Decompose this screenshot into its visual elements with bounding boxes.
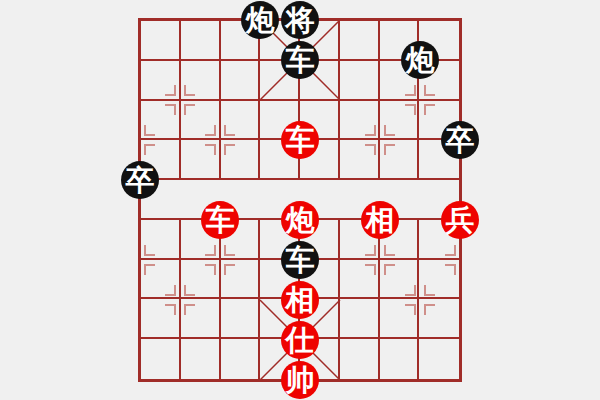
board-cell: [419, 339, 459, 379]
board-cell: [181, 21, 221, 61]
board-cell: [419, 299, 459, 339]
board-cell: [340, 61, 380, 101]
xiangqi-board: 炮将车炮车卒卒车炮相兵车相仕帅: [140, 20, 460, 380]
board-cell: [221, 260, 261, 300]
board-cell: [340, 299, 380, 339]
piece-red-elephant[interactable]: 相: [361, 201, 399, 239]
board-cell: [141, 339, 181, 379]
board-cell: [340, 260, 380, 300]
xiangqi-diagram: 炮将车炮车卒卒车炮相兵车相仕帅: [0, 0, 600, 400]
piece-black-chariot[interactable]: 车: [281, 241, 319, 279]
board-cell: [380, 339, 420, 379]
board-cell: [141, 299, 181, 339]
piece-red-advisor[interactable]: 仕: [281, 321, 319, 359]
board-cell: [340, 101, 380, 141]
board-cell: [181, 61, 221, 101]
piece-red-elephant[interactable]: 相: [281, 281, 319, 319]
piece-red-general[interactable]: 帅: [281, 361, 319, 399]
board-cell: [340, 21, 380, 61]
board-cell: [181, 101, 221, 141]
board-cell: [221, 140, 261, 180]
board-cell: [181, 260, 221, 300]
board-cell: [221, 339, 261, 379]
board-cell: [141, 21, 181, 61]
piece-red-cannon[interactable]: 炮: [281, 201, 319, 239]
piece-red-soldier[interactable]: 兵: [441, 201, 479, 239]
board-cell: [141, 220, 181, 260]
board-cell: [221, 61, 261, 101]
board-cell: [380, 140, 420, 180]
piece-black-general[interactable]: 将: [281, 1, 319, 39]
piece-red-chariot[interactable]: 车: [281, 121, 319, 159]
board-cell: [141, 101, 181, 141]
piece-red-chariot[interactable]: 车: [201, 201, 239, 239]
board-cell: [419, 260, 459, 300]
piece-black-chariot[interactable]: 车: [281, 41, 319, 79]
board-cell: [141, 260, 181, 300]
piece-black-soldier[interactable]: 卒: [121, 161, 159, 199]
board-cell: [340, 140, 380, 180]
piece-black-cannon[interactable]: 炮: [401, 41, 439, 79]
board-cell: [181, 140, 221, 180]
board-cell: [141, 61, 181, 101]
board-cell: [221, 101, 261, 141]
piece-black-cannon[interactable]: 炮: [241, 1, 279, 39]
board-cell: [380, 299, 420, 339]
board-cell: [181, 299, 221, 339]
board-cell: [181, 339, 221, 379]
board-cell: [380, 101, 420, 141]
board-cell: [380, 260, 420, 300]
board-cell: [221, 299, 261, 339]
board-cell: [340, 339, 380, 379]
piece-black-soldier[interactable]: 卒: [441, 121, 479, 159]
